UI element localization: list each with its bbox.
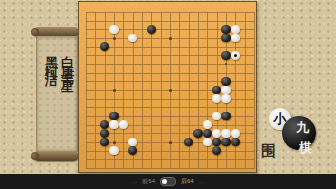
stone-white — [212, 94, 221, 103]
hoshi-point — [169, 89, 172, 92]
app-logo: 小 九 围 棋 — [260, 102, 326, 166]
logo-char-jiu: 九 — [296, 119, 309, 137]
hoshi-point — [113, 89, 116, 92]
stone-black — [100, 42, 109, 51]
grid-line — [245, 12, 246, 169]
stone-black — [221, 51, 230, 60]
rewind-button[interactable]: 前64 — [142, 177, 155, 186]
stone-white — [203, 138, 212, 147]
stone-white — [212, 112, 221, 121]
play-toggle[interactable] — [160, 177, 176, 186]
grid-line — [179, 12, 180, 169]
white-label: 白 — [60, 46, 75, 54]
grid-line — [86, 168, 255, 169]
stone-white — [128, 138, 137, 147]
stone-white — [231, 51, 240, 60]
play-toggle-knob — [162, 179, 167, 184]
stone-white — [128, 34, 137, 43]
stone-white — [203, 120, 212, 129]
stone-white — [109, 25, 118, 34]
stone-white — [221, 86, 230, 95]
grid-line — [86, 107, 255, 108]
stone-black — [109, 112, 118, 121]
stone-white — [221, 129, 230, 138]
stone-black — [203, 129, 212, 138]
stone-black — [231, 138, 240, 147]
logo-char-wei: 围 — [261, 142, 276, 161]
bar-right-trail: ··· — [199, 179, 205, 185]
stone-black — [212, 138, 221, 147]
stone-white — [231, 25, 240, 34]
hoshi-point — [169, 37, 172, 40]
black-label: 黑 — [44, 46, 59, 54]
stone-black — [221, 25, 230, 34]
hoshi-point — [113, 37, 116, 40]
stone-black — [184, 138, 193, 147]
stone-black — [212, 146, 221, 155]
stone-black — [100, 129, 109, 138]
stone-black — [221, 34, 230, 43]
stone-white — [212, 129, 221, 138]
stone-white — [231, 34, 240, 43]
last-move-marker — [234, 54, 237, 57]
stone-black — [100, 120, 109, 129]
scroll-roller-cap — [31, 28, 39, 36]
hoshi-point — [113, 141, 116, 144]
stone-white — [109, 146, 118, 155]
stone-white — [231, 129, 240, 138]
logo-char-qi: 棋 — [299, 139, 312, 157]
playback-control-bar: ··· 前64 后64 ··· — [0, 174, 336, 189]
stone-black — [100, 138, 109, 147]
stone-black — [221, 77, 230, 86]
black-player-name: 柯洁 — [44, 54, 59, 70]
bar-left-trail: ··· — [131, 179, 137, 185]
stone-white — [109, 120, 118, 129]
stone-black — [128, 146, 137, 155]
logo-accent-dot — [317, 146, 320, 149]
grid-line — [86, 159, 255, 160]
grid-line — [254, 12, 255, 169]
forward-button[interactable]: 后64 — [181, 177, 194, 186]
stone-black — [212, 86, 221, 95]
white-player-column: 白唐韦星 — [58, 46, 76, 78]
stone-white — [221, 94, 230, 103]
scroll-body: 白唐韦星 黑柯洁 — [36, 36, 78, 152]
stone-black — [221, 112, 230, 121]
stone-black — [221, 138, 230, 147]
hoshi-point — [169, 141, 172, 144]
app-window: 白唐韦星 黑柯洁 小 九 围 棋 ··· 前64 后64 ··· — [0, 0, 336, 189]
black-player-column: 黑柯洁 — [42, 46, 60, 70]
scroll-bottom-roller — [33, 151, 79, 161]
go-board[interactable] — [78, 1, 257, 173]
player-scroll-panel: 白唐韦星 黑柯洁 — [36, 27, 76, 161]
scroll-roller-cap — [31, 152, 39, 160]
white-player-name: 唐韦星 — [60, 54, 75, 78]
stone-white — [119, 120, 128, 129]
grid-line — [198, 12, 199, 169]
stone-black — [147, 25, 156, 34]
stone-black — [193, 129, 202, 138]
